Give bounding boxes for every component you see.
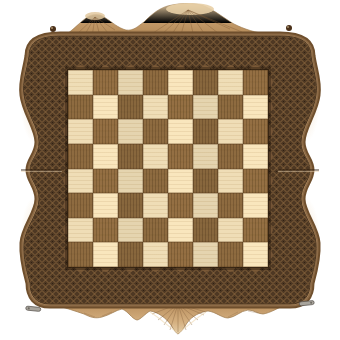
square-e7[interactable] bbox=[168, 95, 193, 120]
square-f6[interactable] bbox=[193, 119, 218, 144]
square-a3[interactable] bbox=[68, 193, 93, 218]
square-e1[interactable] bbox=[168, 242, 193, 267]
square-b1[interactable] bbox=[93, 242, 118, 267]
square-c8[interactable] bbox=[118, 70, 143, 95]
square-c5[interactable] bbox=[118, 144, 143, 169]
hinge-pin-top-right bbox=[286, 25, 292, 31]
arch-trim-right bbox=[268, 70, 278, 267]
square-h1[interactable] bbox=[243, 242, 268, 267]
square-b5[interactable] bbox=[93, 144, 118, 169]
square-d6[interactable] bbox=[143, 119, 168, 144]
square-e5[interactable] bbox=[168, 144, 193, 169]
chessboard-photo bbox=[0, 0, 340, 340]
square-d7[interactable] bbox=[143, 95, 168, 120]
square-e3[interactable] bbox=[168, 193, 193, 218]
metal-clasp-bottom-left[interactable] bbox=[26, 306, 41, 312]
arch-trim-left bbox=[58, 70, 68, 267]
square-g4[interactable] bbox=[218, 169, 243, 194]
square-c4[interactable] bbox=[118, 169, 143, 194]
square-f8[interactable] bbox=[193, 70, 218, 95]
square-a5[interactable] bbox=[68, 144, 93, 169]
square-d3[interactable] bbox=[143, 193, 168, 218]
square-h5[interactable] bbox=[243, 144, 268, 169]
square-g7[interactable] bbox=[218, 95, 243, 120]
square-c6[interactable] bbox=[118, 119, 143, 144]
square-e2[interactable] bbox=[168, 218, 193, 243]
square-e8[interactable] bbox=[168, 70, 193, 95]
square-a8[interactable] bbox=[68, 70, 93, 95]
square-c3[interactable] bbox=[118, 193, 143, 218]
square-g6[interactable] bbox=[218, 119, 243, 144]
square-g3[interactable] bbox=[218, 193, 243, 218]
square-h8[interactable] bbox=[243, 70, 268, 95]
square-f2[interactable] bbox=[193, 218, 218, 243]
square-e6[interactable] bbox=[168, 119, 193, 144]
square-b4[interactable] bbox=[93, 169, 118, 194]
square-g1[interactable] bbox=[218, 242, 243, 267]
square-b7[interactable] bbox=[93, 95, 118, 120]
square-g5[interactable] bbox=[218, 144, 243, 169]
square-d1[interactable] bbox=[143, 242, 168, 267]
square-h4[interactable] bbox=[243, 169, 268, 194]
square-h7[interactable] bbox=[243, 95, 268, 120]
square-h3[interactable] bbox=[243, 193, 268, 218]
square-f5[interactable] bbox=[193, 144, 218, 169]
square-h6[interactable] bbox=[243, 119, 268, 144]
square-b2[interactable] bbox=[93, 218, 118, 243]
square-f3[interactable] bbox=[193, 193, 218, 218]
square-a6[interactable] bbox=[68, 119, 93, 144]
square-b6[interactable] bbox=[93, 119, 118, 144]
square-f1[interactable] bbox=[193, 242, 218, 267]
square-c2[interactable] bbox=[118, 218, 143, 243]
square-f7[interactable] bbox=[193, 95, 218, 120]
arch-trim-top bbox=[68, 60, 268, 70]
chess-board bbox=[68, 70, 268, 267]
square-d2[interactable] bbox=[143, 218, 168, 243]
square-b3[interactable] bbox=[93, 193, 118, 218]
square-a4[interactable] bbox=[68, 169, 93, 194]
arch-trim-bottom bbox=[68, 267, 268, 277]
square-d5[interactable] bbox=[143, 144, 168, 169]
hinge-pin-top-left bbox=[50, 26, 56, 32]
square-a7[interactable] bbox=[68, 95, 93, 120]
square-c1[interactable] bbox=[118, 242, 143, 267]
square-d4[interactable] bbox=[143, 169, 168, 194]
square-c7[interactable] bbox=[118, 95, 143, 120]
square-d8[interactable] bbox=[143, 70, 168, 95]
square-b8[interactable] bbox=[93, 70, 118, 95]
square-a1[interactable] bbox=[68, 242, 93, 267]
square-h2[interactable] bbox=[243, 218, 268, 243]
square-a2[interactable] bbox=[68, 218, 93, 243]
square-g2[interactable] bbox=[218, 218, 243, 243]
square-e4[interactable] bbox=[168, 169, 193, 194]
square-g8[interactable] bbox=[218, 70, 243, 95]
square-f4[interactable] bbox=[193, 169, 218, 194]
